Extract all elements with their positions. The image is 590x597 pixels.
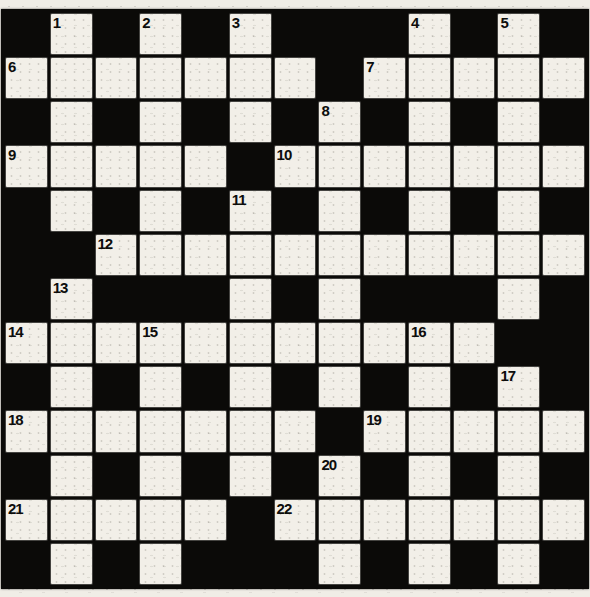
cell-r7c13 xyxy=(543,279,584,319)
cell-r2c12[interactable] xyxy=(498,58,539,98)
cell-r6c8[interactable] xyxy=(319,235,360,275)
cell-r3c5 xyxy=(185,102,226,142)
cell-r4c10[interactable] xyxy=(409,146,450,186)
cell-r1c4[interactable]: 2 xyxy=(140,14,181,54)
cell-r9c8[interactable] xyxy=(319,367,360,407)
cell-r1c7 xyxy=(275,14,316,54)
cell-r3c10[interactable] xyxy=(409,102,450,142)
cell-r4c1[interactable]: 9 xyxy=(6,146,47,186)
cell-r6c6[interactable] xyxy=(230,235,271,275)
cell-r5c7 xyxy=(275,191,316,231)
cell-r1c5 xyxy=(185,14,226,54)
cell-r7c1 xyxy=(6,279,47,319)
cell-r7c4 xyxy=(140,279,181,319)
cell-r3c11 xyxy=(454,102,495,142)
cell-r7c3 xyxy=(96,279,137,319)
cell-r9c5 xyxy=(185,367,226,407)
clue-number: 8 xyxy=(321,102,328,119)
cell-r10c9[interactable]: 19 xyxy=(364,411,405,451)
cell-r5c10[interactable] xyxy=(409,191,450,231)
cell-r4c7[interactable]: 10 xyxy=(275,146,316,186)
cell-r4c8[interactable] xyxy=(319,146,360,186)
cell-r12c12[interactable] xyxy=(498,500,539,540)
cell-r10c8 xyxy=(319,411,360,451)
cell-r8c11[interactable] xyxy=(454,323,495,363)
cell-r11c4[interactable] xyxy=(140,456,181,496)
cell-r10c11[interactable] xyxy=(454,411,495,451)
cell-r12c5[interactable] xyxy=(185,500,226,540)
cell-r13c7 xyxy=(275,544,316,584)
clue-number: 15 xyxy=(142,323,157,340)
cell-r6c7[interactable] xyxy=(275,235,316,275)
cell-r13c10[interactable] xyxy=(409,544,450,584)
cell-r9c9 xyxy=(364,367,405,407)
cell-r3c9 xyxy=(364,102,405,142)
cell-r12c11[interactable] xyxy=(454,500,495,540)
cell-r9c3 xyxy=(96,367,137,407)
cell-r9c1 xyxy=(6,367,47,407)
cell-r3c2[interactable] xyxy=(51,102,92,142)
cell-r3c13 xyxy=(543,102,584,142)
cell-r11c1 xyxy=(6,456,47,496)
cell-r5c3 xyxy=(96,191,137,231)
cell-r13c5 xyxy=(185,544,226,584)
cell-r6c3[interactable]: 12 xyxy=(96,235,137,275)
cell-r1c2[interactable]: 1 xyxy=(51,14,92,54)
cell-r4c9[interactable] xyxy=(364,146,405,186)
cell-r6c9[interactable] xyxy=(364,235,405,275)
cell-r6c1 xyxy=(6,235,47,275)
cell-r11c10[interactable] xyxy=(409,456,450,496)
cell-r2c8 xyxy=(319,58,360,98)
cell-r12c2[interactable] xyxy=(51,500,92,540)
cell-r2c4[interactable] xyxy=(140,58,181,98)
cell-r8c12 xyxy=(498,323,539,363)
cell-r2c13[interactable] xyxy=(543,58,584,98)
cell-r12c8[interactable] xyxy=(319,500,360,540)
cell-r9c12[interactable]: 17 xyxy=(498,367,539,407)
clue-number: 13 xyxy=(53,279,68,296)
cell-r2c7[interactable] xyxy=(275,58,316,98)
cell-r12c9[interactable] xyxy=(364,500,405,540)
cell-r7c2[interactable]: 13 xyxy=(51,279,92,319)
clue-number: 7 xyxy=(366,58,373,75)
cell-r5c6[interactable]: 11 xyxy=(230,191,271,231)
cell-r13c13 xyxy=(543,544,584,584)
cell-r10c2[interactable] xyxy=(51,411,92,451)
cell-r8c8[interactable] xyxy=(319,323,360,363)
clue-number: 5 xyxy=(500,14,507,31)
cell-r6c4[interactable] xyxy=(140,235,181,275)
cell-r5c1 xyxy=(6,191,47,231)
cell-r4c13[interactable] xyxy=(543,146,584,186)
cell-r4c12[interactable] xyxy=(498,146,539,186)
cell-r13c6 xyxy=(230,544,271,584)
cell-r3c3 xyxy=(96,102,137,142)
cell-r10c12[interactable] xyxy=(498,411,539,451)
cell-r3c6[interactable] xyxy=(230,102,271,142)
cell-r2c2[interactable] xyxy=(51,58,92,98)
cell-r6c12[interactable] xyxy=(498,235,539,275)
clue-number: 18 xyxy=(8,411,23,428)
cell-r6c2 xyxy=(51,235,92,275)
cell-r10c4[interactable] xyxy=(140,411,181,451)
cell-r9c11 xyxy=(454,367,495,407)
cell-r1c8 xyxy=(319,14,360,54)
cell-r13c2[interactable] xyxy=(51,544,92,584)
cell-r2c5[interactable] xyxy=(185,58,226,98)
cell-r4c4[interactable] xyxy=(140,146,181,186)
cell-r1c12[interactable]: 5 xyxy=(498,14,539,54)
cell-r4c11[interactable] xyxy=(454,146,495,186)
cell-r6c11[interactable] xyxy=(454,235,495,275)
cell-r8c1[interactable]: 14 xyxy=(6,323,47,363)
cell-r5c2[interactable] xyxy=(51,191,92,231)
cell-r5c8[interactable] xyxy=(319,191,360,231)
clue-number: 20 xyxy=(321,456,336,473)
cell-r13c1 xyxy=(6,544,47,584)
cell-r4c3[interactable] xyxy=(96,146,137,186)
cell-r10c10[interactable] xyxy=(409,411,450,451)
cell-r7c12[interactable] xyxy=(498,279,539,319)
cell-r7c7 xyxy=(275,279,316,319)
cell-r5c4[interactable] xyxy=(140,191,181,231)
cell-r12c6 xyxy=(230,500,271,540)
cell-r1c3 xyxy=(96,14,137,54)
cell-r13c9 xyxy=(364,544,405,584)
clue-number: 6 xyxy=(8,58,15,75)
cell-r1c6[interactable]: 3 xyxy=(230,14,271,54)
cell-r9c6[interactable] xyxy=(230,367,271,407)
cell-r7c8[interactable] xyxy=(319,279,360,319)
cell-r13c4[interactable] xyxy=(140,544,181,584)
cell-r1c10[interactable]: 4 xyxy=(409,14,450,54)
cell-r4c6 xyxy=(230,146,271,186)
cell-r10c3[interactable] xyxy=(96,411,137,451)
cell-r1c13 xyxy=(543,14,584,54)
clue-number: 9 xyxy=(8,146,15,163)
cell-r11c9 xyxy=(364,456,405,496)
cell-r5c9 xyxy=(364,191,405,231)
cell-r7c5 xyxy=(185,279,226,319)
cell-r1c11 xyxy=(454,14,495,54)
cell-r11c8[interactable]: 20 xyxy=(319,456,360,496)
cell-r13c12[interactable] xyxy=(498,544,539,584)
cell-r3c12[interactable] xyxy=(498,102,539,142)
cell-r11c6[interactable] xyxy=(230,456,271,496)
cell-r4c2[interactable] xyxy=(51,146,92,186)
cell-r3c8[interactable]: 8 xyxy=(319,102,360,142)
clue-number: 19 xyxy=(366,411,381,428)
cell-r8c7[interactable] xyxy=(275,323,316,363)
cell-r7c9 xyxy=(364,279,405,319)
cell-r9c4[interactable] xyxy=(140,367,181,407)
cell-r6c13[interactable] xyxy=(543,235,584,275)
clue-number: 2 xyxy=(142,14,149,31)
clue-number: 4 xyxy=(411,14,418,31)
cell-r8c9[interactable] xyxy=(364,323,405,363)
cell-r9c7 xyxy=(275,367,316,407)
cell-r2c9[interactable]: 7 xyxy=(364,58,405,98)
cell-r8c4[interactable]: 15 xyxy=(140,323,181,363)
cell-r9c2[interactable] xyxy=(51,367,92,407)
cell-r11c7 xyxy=(275,456,316,496)
cell-r10c6[interactable] xyxy=(230,411,271,451)
cell-r11c12[interactable] xyxy=(498,456,539,496)
cell-r11c5 xyxy=(185,456,226,496)
cell-r8c10[interactable]: 16 xyxy=(409,323,450,363)
cell-r11c13 xyxy=(543,456,584,496)
cell-r10c1[interactable]: 18 xyxy=(6,411,47,451)
clue-number: 11 xyxy=(232,191,246,208)
cell-r6c10[interactable] xyxy=(409,235,450,275)
clue-number: 10 xyxy=(277,146,292,163)
clue-number: 17 xyxy=(500,367,515,384)
cell-r12c7[interactable]: 22 xyxy=(275,500,316,540)
cell-r8c5[interactable] xyxy=(185,323,226,363)
clue-number: 1 xyxy=(53,14,60,31)
cell-r12c4[interactable] xyxy=(140,500,181,540)
cell-r8c6[interactable] xyxy=(230,323,271,363)
cell-r13c8[interactable] xyxy=(319,544,360,584)
cell-r5c13 xyxy=(543,191,584,231)
cell-r3c4[interactable] xyxy=(140,102,181,142)
cell-r2c11[interactable] xyxy=(454,58,495,98)
crossword-page: 12345678910111213141516171819202122 xyxy=(0,0,590,597)
cell-r10c5[interactable] xyxy=(185,411,226,451)
cell-r12c13[interactable] xyxy=(543,500,584,540)
cell-r8c3[interactable] xyxy=(96,323,137,363)
cell-r13c11 xyxy=(454,544,495,584)
cell-r5c5 xyxy=(185,191,226,231)
crossword-board: 12345678910111213141516171819202122 xyxy=(1,9,589,589)
cell-r4c5[interactable] xyxy=(185,146,226,186)
clue-number: 22 xyxy=(277,500,292,517)
cell-r10c13[interactable] xyxy=(543,411,584,451)
cell-r12c1[interactable]: 21 xyxy=(6,500,47,540)
cell-r7c11 xyxy=(454,279,495,319)
cell-r5c12[interactable] xyxy=(498,191,539,231)
clue-number: 12 xyxy=(98,235,113,252)
cell-r12c3[interactable] xyxy=(96,500,137,540)
cell-r1c9 xyxy=(364,14,405,54)
cell-r11c2[interactable] xyxy=(51,456,92,496)
cell-r8c2[interactable] xyxy=(51,323,92,363)
cell-r11c11 xyxy=(454,456,495,496)
cell-r11c3 xyxy=(96,456,137,496)
cell-r12c10[interactable] xyxy=(409,500,450,540)
cell-r2c1[interactable]: 6 xyxy=(6,58,47,98)
cell-r2c10[interactable] xyxy=(409,58,450,98)
clue-number: 14 xyxy=(8,323,23,340)
cell-r3c1 xyxy=(6,102,47,142)
cell-r9c13 xyxy=(543,367,584,407)
clue-number: 16 xyxy=(411,323,426,340)
clue-number: 3 xyxy=(232,14,239,31)
cell-r2c3[interactable] xyxy=(96,58,137,98)
cell-r5c11 xyxy=(454,191,495,231)
cell-r2c6[interactable] xyxy=(230,58,271,98)
cell-r7c6[interactable] xyxy=(230,279,271,319)
cell-r8c13 xyxy=(543,323,584,363)
cell-r7c10 xyxy=(409,279,450,319)
cell-r13c3 xyxy=(96,544,137,584)
cell-r9c10[interactable] xyxy=(409,367,450,407)
cell-r1c1 xyxy=(6,14,47,54)
cell-r3c7 xyxy=(275,102,316,142)
clue-number: 21 xyxy=(8,500,23,517)
cell-r10c7[interactable] xyxy=(275,411,316,451)
cell-r6c5[interactable] xyxy=(185,235,226,275)
